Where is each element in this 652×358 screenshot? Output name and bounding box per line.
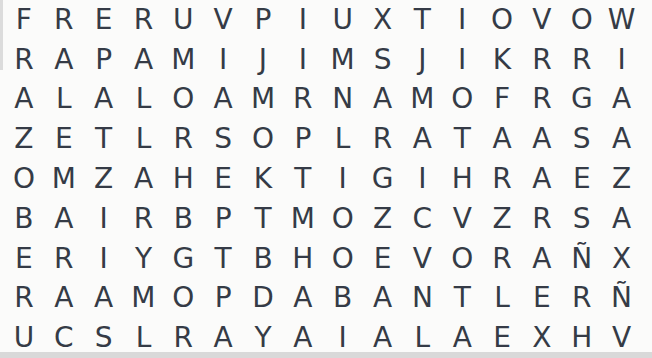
letter-cell-r8c2[interactable]: A: [44, 279, 84, 319]
letter-cell-r4c13[interactable]: A: [482, 119, 522, 159]
letter-cell-r1c14[interactable]: V: [522, 0, 562, 40]
letter-cell-r8c4[interactable]: M: [124, 279, 164, 319]
letter-cell-r6c5[interactable]: B: [163, 199, 203, 239]
letter-cell-r3c3[interactable]: A: [84, 80, 124, 120]
letter-cell-r8c16[interactable]: Ñ: [602, 279, 642, 319]
letter-cell-r1c12[interactable]: I: [442, 0, 482, 40]
letter-cell-r8c1[interactable]: R: [4, 279, 44, 319]
letter-cell-r2c5[interactable]: M: [163, 40, 203, 80]
letter-cell-r4c14[interactable]: A: [522, 119, 562, 159]
letter-cell-r3c7[interactable]: M: [243, 80, 283, 120]
left-edge-strip: [0, 0, 3, 70]
letter-cell-r5c13[interactable]: R: [482, 159, 522, 199]
letter-cell-r8c12[interactable]: T: [442, 279, 482, 319]
letter-cell-r2c16[interactable]: I: [602, 40, 642, 80]
letter-cell-r7c16[interactable]: X: [602, 239, 642, 279]
letter-cell-r2c8[interactable]: I: [283, 40, 323, 80]
letter-cell-r2c12[interactable]: I: [442, 40, 482, 80]
letter-cell-r7c15[interactable]: Ñ: [562, 239, 602, 279]
letter-cell-r2c3[interactable]: P: [84, 40, 124, 80]
letter-cell-r3c8[interactable]: R: [283, 80, 323, 120]
letter-grid: FRERUVPIUXTIOVOWRAPAMIJIMSJIKRRIALALOAMR…: [4, 0, 642, 358]
letter-cell-r7c14[interactable]: A: [522, 239, 562, 279]
letter-cell-r2c1[interactable]: R: [4, 40, 44, 80]
letter-cell-r8c13[interactable]: L: [482, 279, 522, 319]
letter-cell-r6c14[interactable]: R: [522, 199, 562, 239]
letter-cell-r2c10[interactable]: S: [363, 40, 403, 80]
letter-cell-r7c3[interactable]: I: [84, 239, 124, 279]
letter-cell-r7c12[interactable]: O: [442, 239, 482, 279]
letter-cell-r2c15[interactable]: R: [562, 40, 602, 80]
letter-cell-r3c16[interactable]: A: [602, 80, 642, 120]
letter-cell-r5c7[interactable]: K: [243, 159, 283, 199]
letter-cell-r6c13[interactable]: Z: [482, 199, 522, 239]
letter-cell-r5c14[interactable]: A: [522, 159, 562, 199]
letter-cell-r6c12[interactable]: V: [442, 199, 482, 239]
letter-cell-r4c11[interactable]: A: [402, 119, 442, 159]
letter-cell-r5c6[interactable]: E: [203, 159, 243, 199]
letter-cell-r6c1[interactable]: B: [4, 199, 44, 239]
word-search-board: FRERUVPIUXTIOVOWRAPAMIJIMSJIKRRIALALOAMR…: [0, 0, 652, 358]
letter-cell-r4c3[interactable]: T: [84, 119, 124, 159]
letter-cell-r7c1[interactable]: E: [4, 239, 44, 279]
letter-cell-r1c4[interactable]: R: [124, 0, 164, 40]
letter-cell-r1c11[interactable]: T: [402, 0, 442, 40]
letter-cell-r8c5[interactable]: O: [163, 279, 203, 319]
letter-cell-r6c16[interactable]: A: [602, 199, 642, 239]
letter-cell-r6c11[interactable]: C: [402, 199, 442, 239]
letter-cell-r6c9[interactable]: O: [323, 199, 363, 239]
letter-cell-r6c2[interactable]: A: [44, 199, 84, 239]
letter-cell-r7c4[interactable]: Y: [124, 239, 164, 279]
letter-cell-r7c10[interactable]: E: [363, 239, 403, 279]
letter-cell-r4c1[interactable]: Z: [4, 119, 44, 159]
letter-cell-r8c7[interactable]: D: [243, 279, 283, 319]
letter-cell-r3c9[interactable]: N: [323, 80, 363, 120]
letter-cell-r8c10[interactable]: A: [363, 279, 403, 319]
letter-cell-r1c10[interactable]: X: [363, 0, 403, 40]
letter-cell-r5c3[interactable]: Z: [84, 159, 124, 199]
letter-cell-r2c13[interactable]: K: [482, 40, 522, 80]
letter-cell-r7c13[interactable]: R: [482, 239, 522, 279]
letter-cell-r6c8[interactable]: M: [283, 199, 323, 239]
letter-cell-r7c9[interactable]: O: [323, 239, 363, 279]
letter-cell-r4c15[interactable]: S: [562, 119, 602, 159]
letter-cell-r3c15[interactable]: G: [562, 80, 602, 120]
letter-cell-r1c3[interactable]: E: [84, 0, 124, 40]
letter-cell-r5c5[interactable]: H: [163, 159, 203, 199]
letter-cell-r3c14[interactable]: R: [522, 80, 562, 120]
letter-cell-r3c12[interactable]: O: [442, 80, 482, 120]
letter-cell-r2c11[interactable]: J: [402, 40, 442, 80]
letter-cell-r1c7[interactable]: P: [243, 0, 283, 40]
letter-cell-r1c9[interactable]: U: [323, 0, 363, 40]
letter-cell-r1c8[interactable]: I: [283, 0, 323, 40]
letter-cell-r4c5[interactable]: R: [163, 119, 203, 159]
letter-cell-r6c10[interactable]: Z: [363, 199, 403, 239]
letter-cell-r7c5[interactable]: G: [163, 239, 203, 279]
letter-cell-r6c6[interactable]: P: [203, 199, 243, 239]
letter-cell-r5c10[interactable]: G: [363, 159, 403, 199]
letter-cell-r4c10[interactable]: R: [363, 119, 403, 159]
letter-cell-r4c12[interactable]: T: [442, 119, 482, 159]
letter-cell-r5c1[interactable]: O: [4, 159, 44, 199]
letter-cell-r4c7[interactable]: O: [243, 119, 283, 159]
letter-cell-r3c1[interactable]: A: [4, 80, 44, 120]
letter-cell-r8c6[interactable]: P: [203, 279, 243, 319]
letter-cell-r2c4[interactable]: A: [124, 40, 164, 80]
letter-cell-r4c4[interactable]: L: [124, 119, 164, 159]
letter-cell-r3c2[interactable]: L: [44, 80, 84, 120]
letter-cell-r5c16[interactable]: Z: [602, 159, 642, 199]
letter-cell-r3c13[interactable]: F: [482, 80, 522, 120]
letter-cell-r7c8[interactable]: H: [283, 239, 323, 279]
letter-cell-r8c3[interactable]: A: [84, 279, 124, 319]
letter-cell-r1c15[interactable]: O: [562, 0, 602, 40]
letter-cell-r3c11[interactable]: M: [402, 80, 442, 120]
letter-cell-r6c15[interactable]: S: [562, 199, 602, 239]
letter-cell-r1c5[interactable]: U: [163, 0, 203, 40]
letter-cell-r3c10[interactable]: A: [363, 80, 403, 120]
letter-cell-r8c9[interactable]: B: [323, 279, 363, 319]
letter-cell-r8c14[interactable]: E: [522, 279, 562, 319]
letter-cell-r6c7[interactable]: T: [243, 199, 283, 239]
letter-cell-r7c7[interactable]: B: [243, 239, 283, 279]
letter-cell-r4c9[interactable]: L: [323, 119, 363, 159]
letter-cell-r1c13[interactable]: O: [482, 0, 522, 40]
letter-cell-r1c16[interactable]: W: [602, 0, 642, 40]
letter-cell-r7c2[interactable]: R: [44, 239, 84, 279]
letter-cell-r4c2[interactable]: E: [44, 119, 84, 159]
letter-cell-r5c8[interactable]: T: [283, 159, 323, 199]
letter-cell-r2c14[interactable]: R: [522, 40, 562, 80]
letter-cell-r8c8[interactable]: A: [283, 279, 323, 319]
letter-cell-r8c11[interactable]: N: [402, 279, 442, 319]
letter-cell-r3c6[interactable]: A: [203, 80, 243, 120]
letter-cell-r7c11[interactable]: V: [402, 239, 442, 279]
letter-cell-r1c2[interactable]: R: [44, 0, 84, 40]
letter-cell-r3c5[interactable]: O: [163, 80, 203, 120]
letter-cell-r7c6[interactable]: T: [203, 239, 243, 279]
letter-cell-r6c4[interactable]: R: [124, 199, 164, 239]
letter-cell-r2c7[interactable]: J: [243, 40, 283, 80]
letter-cell-r5c11[interactable]: I: [402, 159, 442, 199]
letter-cell-r6c3[interactable]: I: [84, 199, 124, 239]
letter-cell-r3c4[interactable]: L: [124, 80, 164, 120]
letter-cell-r5c4[interactable]: A: [124, 159, 164, 199]
letter-cell-r4c8[interactable]: P: [283, 119, 323, 159]
letter-cell-r4c16[interactable]: A: [602, 119, 642, 159]
letter-cell-r2c2[interactable]: A: [44, 40, 84, 80]
letter-cell-r2c6[interactable]: I: [203, 40, 243, 80]
letter-cell-r2c9[interactable]: M: [323, 40, 363, 80]
letter-cell-r1c1[interactable]: F: [4, 0, 44, 40]
bottom-edge-strip: [0, 352, 652, 358]
letter-cell-r5c9[interactable]: I: [323, 159, 363, 199]
letter-cell-r8c15[interactable]: R: [562, 279, 602, 319]
letter-cell-r5c15[interactable]: E: [562, 159, 602, 199]
letter-cell-r5c2[interactable]: M: [44, 159, 84, 199]
letter-cell-r4c6[interactable]: S: [203, 119, 243, 159]
letter-cell-r1c6[interactable]: V: [203, 0, 243, 40]
letter-cell-r5c12[interactable]: H: [442, 159, 482, 199]
